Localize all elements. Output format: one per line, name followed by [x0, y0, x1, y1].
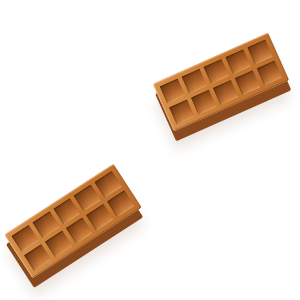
pit: [247, 39, 273, 64]
pit: [86, 204, 114, 231]
product-photo-canvas: [0, 0, 300, 300]
pit: [45, 231, 73, 258]
pit: [24, 244, 52, 271]
pit: [257, 60, 283, 85]
pit: [107, 190, 135, 217]
wooden-tray-bottom-left: [4, 164, 141, 278]
pit: [235, 70, 261, 95]
pit: [213, 80, 239, 105]
pit-grid-bottom-left: [11, 171, 135, 272]
pit: [169, 99, 195, 124]
pit: [191, 90, 217, 115]
pit: [203, 59, 229, 84]
pit: [225, 49, 251, 74]
pit: [159, 78, 185, 103]
pit-grid-top-right: [159, 39, 282, 125]
wooden-tray-top-right: [153, 33, 289, 132]
pit: [181, 69, 207, 94]
pit: [65, 217, 93, 244]
